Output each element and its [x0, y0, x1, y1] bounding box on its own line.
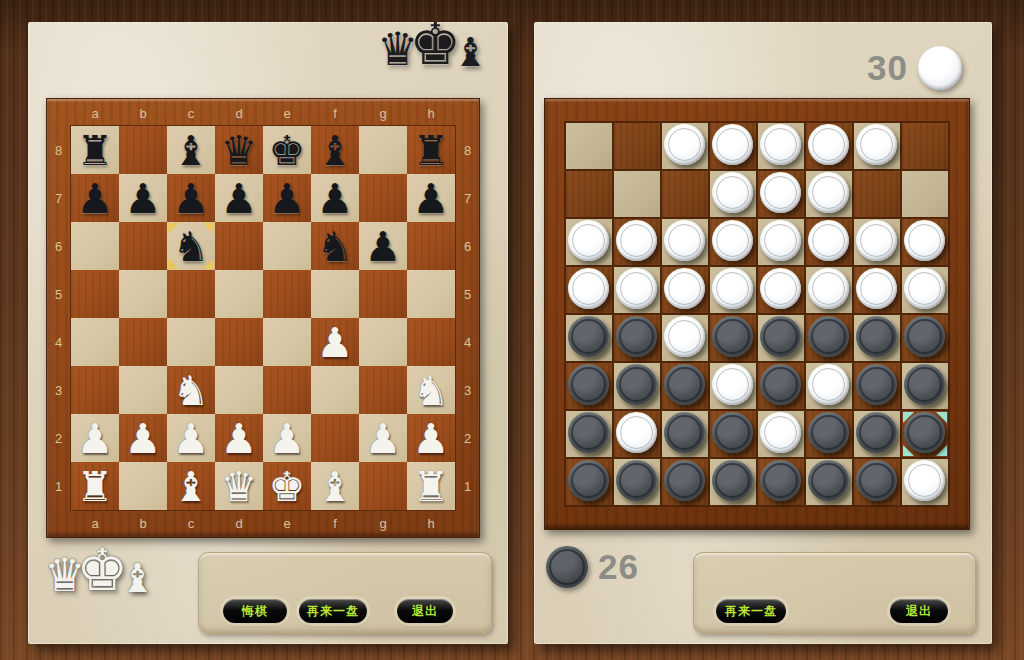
coord-label-b: b	[119, 101, 167, 125]
white-disc-f2	[808, 172, 849, 213]
chess-square-b7[interactable]: ♟	[119, 174, 167, 222]
coord-label-g: g	[359, 101, 407, 125]
othello-square-d5[interactable]	[710, 315, 756, 361]
last-move-marker	[167, 222, 215, 270]
othello-board-frame	[544, 98, 970, 530]
chess-square-h4[interactable]	[407, 318, 455, 366]
black-disc-f8	[808, 460, 849, 501]
chess-square-e6[interactable]	[263, 222, 311, 270]
chess-piece-bk-e8: ♚	[263, 126, 311, 174]
black-disc-a7	[568, 412, 609, 453]
white-disc-d2	[712, 172, 753, 213]
othello-square-h6[interactable]	[902, 363, 948, 409]
coord-label-a: a	[71, 511, 119, 535]
black-disc-h5	[904, 316, 945, 357]
othello-square-c8[interactable]	[662, 459, 708, 505]
coord-label-6: 6	[456, 222, 479, 270]
black-disc-c8	[664, 460, 705, 501]
white-disc-d3	[712, 220, 753, 261]
black-disc-d7	[712, 412, 753, 453]
othello-square-e5[interactable]	[758, 315, 804, 361]
white-disc-icon	[918, 46, 962, 90]
black-disc-b5	[616, 316, 657, 357]
othello-square-a4[interactable]	[566, 267, 612, 313]
white-disc-e1	[760, 124, 801, 165]
othello-square-b6[interactable]	[614, 363, 660, 409]
othello-square-g8[interactable]	[854, 459, 900, 505]
coord-label-d: d	[215, 511, 263, 535]
othello-square-h3[interactable]	[902, 219, 948, 265]
chess-piece-bp-c7: ♟	[167, 174, 215, 222]
white-disc-f3	[808, 220, 849, 261]
chess-piece-wn-c3: ♞	[167, 366, 215, 414]
play-again-button[interactable]: 再来一盘	[299, 599, 367, 623]
black-disc-e6	[760, 364, 801, 405]
chess-square-a3[interactable]	[71, 366, 119, 414]
coord-label-4: 4	[47, 318, 70, 366]
chess-square-e2[interactable]: ♟	[263, 414, 311, 462]
white-disc-d4	[712, 268, 753, 309]
coord-label-h: h	[407, 511, 455, 535]
chess-square-c3[interactable]: ♞	[167, 366, 215, 414]
chess-piece-wp-e2: ♟	[263, 414, 311, 462]
coord-label-1: 1	[47, 462, 70, 510]
othello-square-c5[interactable]	[662, 315, 708, 361]
black-disc-g7	[856, 412, 897, 453]
chess-square-b2[interactable]: ♟	[119, 414, 167, 462]
othello-square-e8[interactable]	[758, 459, 804, 505]
black-disc-h6	[904, 364, 945, 405]
black-disc-a8	[568, 460, 609, 501]
othello-square-g4[interactable]	[854, 267, 900, 313]
chess-rank-labels-right: 87654321	[456, 126, 479, 510]
black-disc-g6	[856, 364, 897, 405]
chess-piece-wp-h2: ♟	[407, 414, 455, 462]
black-disc-icon	[546, 546, 588, 588]
play-again-button[interactable]: 再来一盘	[716, 599, 786, 623]
othello-square-d4[interactable]	[710, 267, 756, 313]
black-disc-f5	[808, 316, 849, 357]
coord-label-7: 7	[456, 174, 479, 222]
chess-square-a1[interactable]: ♜	[71, 462, 119, 510]
chess-square-g5[interactable]	[359, 270, 407, 318]
coord-label-5: 5	[456, 270, 479, 318]
coord-label-f: f	[311, 101, 359, 125]
coord-label-a: a	[71, 101, 119, 125]
othello-square-b3[interactable]	[614, 219, 660, 265]
white-disc-e2	[760, 172, 801, 213]
coord-label-h: h	[407, 101, 455, 125]
chess-piece-wp-f4: ♟	[311, 318, 359, 366]
othello-square-c3[interactable]	[662, 219, 708, 265]
chess-square-a7[interactable]: ♟	[71, 174, 119, 222]
chess-square-g2[interactable]: ♟	[359, 414, 407, 462]
chess-piece-bp-d7: ♟	[215, 174, 263, 222]
black-disc-b8	[616, 460, 657, 501]
chess-panel: ♛ ♚ ♝ abcdefgh abcdefgh 87654321 8765432…	[28, 22, 508, 644]
chess-square-b4[interactable]	[119, 318, 167, 366]
chess-piece-wq-d1: ♛	[215, 462, 263, 510]
white-disc-e7	[760, 412, 801, 453]
othello-square-a1[interactable]	[566, 123, 612, 169]
black-disc-g8	[856, 460, 897, 501]
chess-square-g4[interactable]	[359, 318, 407, 366]
coord-label-3: 3	[456, 366, 479, 414]
othello-square-e6[interactable]	[758, 363, 804, 409]
chess-piece-wr-a1: ♜	[71, 462, 119, 510]
chess-square-d4[interactable]	[215, 318, 263, 366]
coord-label-c: c	[167, 101, 215, 125]
othello-square-c7[interactable]	[662, 411, 708, 457]
coord-label-2: 2	[456, 414, 479, 462]
chess-square-e5[interactable]	[263, 270, 311, 318]
chess-piece-bp-b7: ♟	[119, 174, 167, 222]
coord-label-7: 7	[47, 174, 70, 222]
othello-square-g6[interactable]	[854, 363, 900, 409]
othello-square-g7[interactable]	[854, 411, 900, 457]
chess-square-d7[interactable]: ♟	[215, 174, 263, 222]
chess-piece-bq-d8: ♛	[215, 126, 263, 174]
black-disc-e5	[760, 316, 801, 357]
coord-label-6: 6	[47, 222, 70, 270]
chess-square-b1[interactable]	[119, 462, 167, 510]
coord-label-f: f	[311, 511, 359, 535]
othello-square-f6[interactable]	[806, 363, 852, 409]
chess-square-h7[interactable]: ♟	[407, 174, 455, 222]
chess-square-f3[interactable]	[311, 366, 359, 414]
chess-square-d8[interactable]: ♛	[215, 126, 263, 174]
chess-square-e3[interactable]	[263, 366, 311, 414]
chess-square-f6[interactable]: ♞	[311, 222, 359, 270]
chess-square-h2[interactable]: ♟	[407, 414, 455, 462]
black-disc-c7	[664, 412, 705, 453]
othello-square-d1[interactable]	[710, 123, 756, 169]
othello-square-d7[interactable]	[710, 411, 756, 457]
othello-square-b7[interactable]	[614, 411, 660, 457]
black-score-value: 26	[598, 547, 639, 587]
chess-piece-br-h8: ♜	[407, 126, 455, 174]
chess-piece-bn-f6: ♞	[311, 222, 359, 270]
white-disc-d6	[712, 364, 753, 405]
chess-square-h5[interactable]	[407, 270, 455, 318]
chess-piece-wk-e1: ♚	[263, 462, 311, 510]
exit-button[interactable]: 退出	[890, 599, 948, 623]
othello-square-f7[interactable]	[806, 411, 852, 457]
othello-panel: 30 26 再来一盘 退出	[534, 22, 992, 644]
white-disc-f4	[808, 268, 849, 309]
chess-square-b3[interactable]	[119, 366, 167, 414]
othello-board	[566, 123, 948, 505]
othello-square-f4[interactable]	[806, 267, 852, 313]
chess-piece-br-a8: ♜	[71, 126, 119, 174]
chess-piece-bp-a7: ♟	[71, 174, 119, 222]
othello-square-a7[interactable]	[566, 411, 612, 457]
othello-square-h7[interactable]	[902, 411, 948, 457]
chess-piece-wp-a2: ♟	[71, 414, 119, 462]
chess-square-f2[interactable]	[311, 414, 359, 462]
coord-label-b: b	[119, 511, 167, 535]
othello-square-e2[interactable]	[758, 171, 804, 217]
undo-move-button[interactable]: 悔棋	[223, 599, 287, 623]
white-disc-a3	[568, 220, 609, 261]
black-score-counter: 26	[546, 546, 639, 588]
chess-piece-bp-e7: ♟	[263, 174, 311, 222]
othello-square-d3[interactable]	[710, 219, 756, 265]
white-disc-h8	[904, 460, 945, 501]
chess-square-d3[interactable]	[215, 366, 263, 414]
chess-square-a4[interactable]	[71, 318, 119, 366]
chess-square-c5[interactable]	[167, 270, 215, 318]
white-king-icon: ♚	[76, 542, 128, 598]
chess-square-f4[interactable]: ♟	[311, 318, 359, 366]
chess-square-d2[interactable]: ♟	[215, 414, 263, 462]
white-score-value: 30	[867, 48, 908, 88]
chess-piece-wp-g2: ♟	[359, 414, 407, 462]
chess-piece-bp-f7: ♟	[311, 174, 359, 222]
othello-square-b8[interactable]	[614, 459, 660, 505]
chess-square-h3[interactable]: ♞	[407, 366, 455, 414]
white-disc-c1	[664, 124, 705, 165]
chess-square-g6[interactable]: ♟	[359, 222, 407, 270]
othello-square-f8[interactable]	[806, 459, 852, 505]
coord-label-c: c	[167, 511, 215, 535]
othello-square-b4[interactable]	[614, 267, 660, 313]
white-disc-f6	[808, 364, 849, 405]
chess-piece-bp-g6: ♟	[359, 222, 407, 270]
white-disc-d1	[712, 124, 753, 165]
white-disc-b4	[616, 268, 657, 309]
chess-piece-wp-b2: ♟	[119, 414, 167, 462]
chess-square-d5[interactable]	[215, 270, 263, 318]
othello-square-d6[interactable]	[710, 363, 756, 409]
chess-square-e1[interactable]: ♚	[263, 462, 311, 510]
coord-label-1: 1	[456, 462, 479, 510]
chess-piece-wp-c2: ♟	[167, 414, 215, 462]
chess-square-a8[interactable]: ♜	[71, 126, 119, 174]
white-disc-e3	[760, 220, 801, 261]
othello-square-a5[interactable]	[566, 315, 612, 361]
chess-square-h6[interactable]	[407, 222, 455, 270]
chess-square-b5[interactable]	[119, 270, 167, 318]
othello-square-c6[interactable]	[662, 363, 708, 409]
chess-piece-wr-h1: ♜	[407, 462, 455, 510]
black-king-icon: ♚	[409, 16, 461, 72]
chess-square-c2[interactable]: ♟	[167, 414, 215, 462]
coord-label-3: 3	[47, 366, 70, 414]
othello-square-a6[interactable]	[566, 363, 612, 409]
white-disc-h3	[904, 220, 945, 261]
white-disc-h4	[904, 268, 945, 309]
othello-square-g1[interactable]	[854, 123, 900, 169]
coord-label-e: e	[263, 101, 311, 125]
othello-square-g5[interactable]	[854, 315, 900, 361]
othello-square-h4[interactable]	[902, 267, 948, 313]
black-pieces-decoration: ♛ ♚ ♝	[377, 16, 488, 72]
black-disc-a5	[568, 316, 609, 357]
othello-square-e4[interactable]	[758, 267, 804, 313]
white-disc-c4	[664, 268, 705, 309]
chess-piece-bb-f8: ♝	[311, 126, 359, 174]
chess-square-g3[interactable]	[359, 366, 407, 414]
black-disc-a6	[568, 364, 609, 405]
coord-label-8: 8	[47, 126, 70, 174]
chess-square-d6[interactable]	[215, 222, 263, 270]
black-disc-f7	[808, 412, 849, 453]
coord-label-e: e	[263, 511, 311, 535]
chess-board-frame: abcdefgh abcdefgh 87654321 87654321 ♜♝♛♚…	[46, 98, 480, 538]
coord-label-8: 8	[456, 126, 479, 174]
white-pieces-decoration: ♛ ♚ ♝	[44, 542, 155, 598]
black-disc-h7	[904, 412, 945, 453]
othello-square-b5[interactable]	[614, 315, 660, 361]
chess-square-a6[interactable]	[71, 222, 119, 270]
chess-file-labels-bottom: abcdefgh	[71, 511, 455, 535]
chess-square-g1[interactable]	[359, 462, 407, 510]
chess-square-e8[interactable]: ♚	[263, 126, 311, 174]
black-disc-g5	[856, 316, 897, 357]
black-disc-b6	[616, 364, 657, 405]
white-disc-b3	[616, 220, 657, 261]
black-disc-d5	[712, 316, 753, 357]
chess-square-d1[interactable]: ♛	[215, 462, 263, 510]
othello-square-f5[interactable]	[806, 315, 852, 361]
chess-square-a5[interactable]	[71, 270, 119, 318]
chess-piece-wb-f1: ♝	[311, 462, 359, 510]
chess-board: ♜♝♛♚♝♜♟♟♟♟♟♟♟♞♞♟♟♞♞♟♟♟♟♟♟♟♜♝♛♚♝♜	[71, 126, 455, 510]
othello-square-h2[interactable]	[902, 171, 948, 217]
chess-button-panel: 悔棋 再来一盘 退出	[198, 552, 492, 634]
chess-square-c8[interactable]: ♝	[167, 126, 215, 174]
othello-square-d8[interactable]	[710, 459, 756, 505]
chess-square-c6[interactable]: ♞	[167, 222, 215, 270]
othello-square-a3[interactable]	[566, 219, 612, 265]
othello-square-c4[interactable]	[662, 267, 708, 313]
exit-button[interactable]: 退出	[397, 599, 453, 623]
othello-button-panel: 再来一盘 退出	[693, 552, 976, 634]
chess-square-c7[interactable]: ♟	[167, 174, 215, 222]
black-disc-d8	[712, 460, 753, 501]
chess-square-f7[interactable]: ♟	[311, 174, 359, 222]
chess-piece-bb-c8: ♝	[167, 126, 215, 174]
chess-rank-labels-left: 87654321	[47, 126, 70, 510]
othello-square-c1[interactable]	[662, 123, 708, 169]
othello-square-h5[interactable]	[902, 315, 948, 361]
othello-square-e1[interactable]	[758, 123, 804, 169]
white-disc-g4	[856, 268, 897, 309]
othello-square-g2[interactable]	[854, 171, 900, 217]
othello-square-b2[interactable]	[614, 171, 660, 217]
white-disc-e4	[760, 268, 801, 309]
othello-square-a2[interactable]	[566, 171, 612, 217]
chess-piece-wn-h3: ♞	[407, 366, 455, 414]
othello-square-f2[interactable]	[806, 171, 852, 217]
chess-square-g8[interactable]	[359, 126, 407, 174]
chess-piece-wp-d2: ♟	[215, 414, 263, 462]
chess-square-e4[interactable]	[263, 318, 311, 366]
chess-file-labels-top: abcdefgh	[71, 101, 455, 125]
coord-label-g: g	[359, 511, 407, 535]
chess-square-a2[interactable]: ♟	[71, 414, 119, 462]
black-disc-e8	[760, 460, 801, 501]
othello-square-f3[interactable]	[806, 219, 852, 265]
white-disc-b7	[616, 412, 657, 453]
black-disc-c6	[664, 364, 705, 405]
chess-square-g7[interactable]	[359, 174, 407, 222]
white-disc-g1	[856, 124, 897, 165]
white-score-counter: 30	[867, 46, 962, 90]
othello-square-c2[interactable]	[662, 171, 708, 217]
chess-square-f8[interactable]: ♝	[311, 126, 359, 174]
chess-square-c1[interactable]: ♝	[167, 462, 215, 510]
white-disc-a4	[568, 268, 609, 309]
othello-square-d2[interactable]	[710, 171, 756, 217]
white-disc-c3	[664, 220, 705, 261]
othello-square-f1[interactable]	[806, 123, 852, 169]
coord-label-5: 5	[47, 270, 70, 318]
othello-square-a8[interactable]	[566, 459, 612, 505]
othello-square-e7[interactable]	[758, 411, 804, 457]
chess-square-b6[interactable]	[119, 222, 167, 270]
chess-square-h8[interactable]: ♜	[407, 126, 455, 174]
chess-square-h1[interactable]: ♜	[407, 462, 455, 510]
othello-square-h1[interactable]	[902, 123, 948, 169]
othello-square-g3[interactable]	[854, 219, 900, 265]
coord-label-2: 2	[47, 414, 70, 462]
white-disc-g3	[856, 220, 897, 261]
othello-square-b1[interactable]	[614, 123, 660, 169]
white-disc-f1	[808, 124, 849, 165]
coord-label-d: d	[215, 101, 263, 125]
othello-square-e3[interactable]	[758, 219, 804, 265]
white-disc-c5	[664, 316, 705, 357]
coord-label-4: 4	[456, 318, 479, 366]
chess-square-f1[interactable]: ♝	[311, 462, 359, 510]
chess-square-f5[interactable]	[311, 270, 359, 318]
chess-square-e7[interactable]: ♟	[263, 174, 311, 222]
othello-square-h8[interactable]	[902, 459, 948, 505]
chess-square-c4[interactable]	[167, 318, 215, 366]
chess-piece-wb-c1: ♝	[167, 462, 215, 510]
chess-piece-bp-h7: ♟	[407, 174, 455, 222]
chess-square-b8[interactable]	[119, 126, 167, 174]
